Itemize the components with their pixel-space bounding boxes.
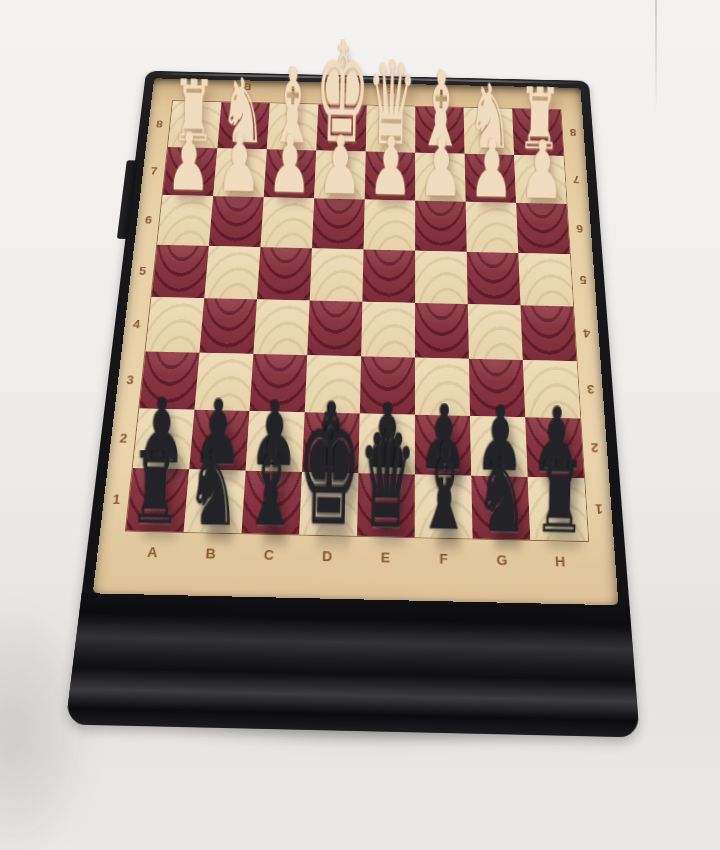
rank-label-right-1: 1 [584, 478, 614, 541]
square-e5[interactable] [362, 250, 415, 303]
square-g4[interactable] [468, 304, 523, 360]
square-h1[interactable]: ♜ [528, 477, 588, 541]
piece-black-queen[interactable]: ♛ [357, 427, 418, 534]
rank-label-left-4: 4 [122, 296, 152, 351]
rank-label-right-4: 4 [573, 307, 600, 362]
piece-black-bishop[interactable]: ♝ [244, 435, 300, 531]
square-a7[interactable]: ♟ [163, 147, 218, 196]
square-e6[interactable] [364, 200, 416, 251]
file-label-bottom-a: A [119, 531, 184, 596]
rank-label-right-6: 6 [567, 204, 593, 255]
piece-black-rook[interactable]: ♜ [534, 459, 586, 538]
file-label-bottom-g: G [473, 538, 533, 603]
square-g1[interactable]: ♞ [471, 476, 530, 540]
square-e7[interactable]: ♟ [365, 152, 416, 201]
square-f4[interactable] [415, 303, 469, 359]
chess-board: ABCDEFGHABCDEFGH8765432187654321♜♞♝♚♛♝♞♜… [93, 78, 619, 605]
square-b6[interactable] [209, 196, 264, 247]
square-a4[interactable] [146, 297, 205, 353]
square-d7[interactable]: ♟ [314, 150, 366, 199]
square-a6[interactable] [157, 195, 213, 246]
square-f5[interactable] [415, 251, 468, 304]
piece-white-pawn[interactable]: ♟ [217, 131, 262, 195]
piece-white-pawn[interactable]: ♟ [469, 137, 514, 201]
piece-white-pawn[interactable]: ♟ [520, 138, 565, 202]
square-f6[interactable] [415, 201, 467, 252]
hinge-tab [117, 160, 138, 239]
square-c6[interactable] [260, 197, 314, 248]
square-d6[interactable] [312, 198, 365, 249]
square-b4[interactable] [199, 298, 256, 354]
square-b7[interactable]: ♟ [213, 148, 267, 197]
background-seam [655, 0, 657, 116]
square-h6[interactable] [516, 203, 570, 254]
square-a1[interactable]: ♜ [126, 468, 189, 532]
piece-black-rook[interactable]: ♜ [130, 450, 182, 529]
rank-label-right-7: 7 [564, 156, 590, 205]
piece-white-pawn[interactable]: ♟ [318, 133, 363, 197]
piece-white-pawn[interactable]: ♟ [368, 134, 413, 198]
square-d5[interactable] [310, 248, 364, 301]
travel-case: ABCDEFGHABCDEFGH8765432187654321♜♞♝♚♛♝♞♜… [66, 71, 640, 738]
rank-label-left-1: 1 [100, 468, 133, 531]
square-f1[interactable]: ♝ [415, 474, 473, 538]
chess-set: ABCDEFGHABCDEFGH8765432187654321♜♞♝♚♛♝♞♜… [93, 10, 627, 802]
case-bottom-molding [66, 593, 640, 737]
square-e4[interactable] [361, 302, 415, 358]
file-label-bottom-d: D [296, 535, 357, 600]
square-c4[interactable] [253, 299, 309, 355]
piece-black-knight[interactable]: ♞ [186, 448, 241, 530]
square-h7[interactable]: ♟ [514, 155, 567, 204]
square-c7[interactable]: ♟ [264, 149, 317, 198]
piece-black-knight[interactable]: ♞ [475, 454, 530, 536]
piece-white-pawn[interactable]: ♟ [267, 132, 312, 196]
square-c5[interactable] [257, 247, 312, 300]
square-b1[interactable]: ♞ [184, 469, 246, 533]
rank-label-right-5: 5 [570, 254, 597, 307]
square-f7[interactable]: ♟ [415, 153, 465, 202]
square-c1[interactable]: ♝ [242, 471, 303, 535]
square-d4[interactable] [307, 301, 362, 357]
square-e1[interactable]: ♛ [357, 473, 415, 537]
piece-black-king[interactable]: ♚ [296, 404, 363, 533]
square-h5[interactable] [518, 253, 573, 307]
file-label-bottom-c: C [237, 533, 299, 598]
square-g7[interactable]: ♟ [465, 154, 516, 203]
file-label-bottom-e: E [356, 536, 415, 601]
piece-white-pawn[interactable]: ♟ [166, 130, 211, 194]
square-b5[interactable] [204, 246, 260, 299]
file-label-bottom-h: H [530, 540, 592, 605]
square-a5[interactable] [152, 245, 209, 298]
piece-black-bishop[interactable]: ♝ [417, 439, 473, 535]
square-d1[interactable]: ♚ [299, 472, 358, 536]
file-label-bottom-b: B [178, 532, 241, 597]
piece-white-pawn[interactable]: ♟ [419, 136, 464, 200]
square-g6[interactable] [466, 202, 519, 253]
square-g5[interactable] [467, 252, 521, 305]
square-h4[interactable] [520, 305, 576, 361]
file-label-bottom-f: F [415, 537, 474, 602]
